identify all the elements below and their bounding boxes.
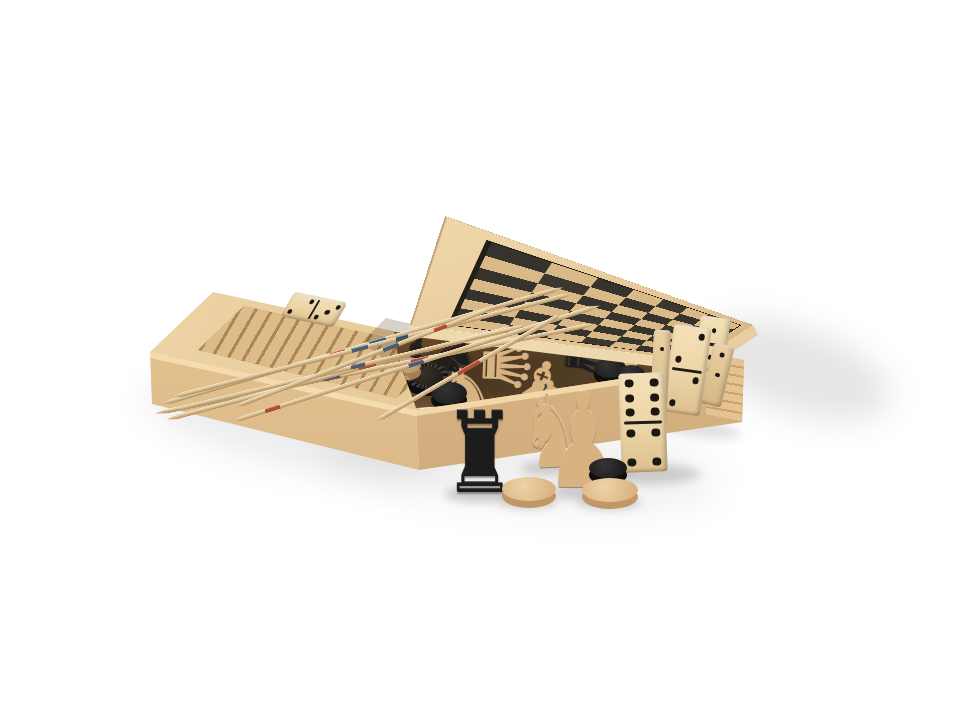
checker-piece-top [582,478,638,502]
product-photo-wooden-game-box: ♟♟♞♛♞♝♛♟♟♝ ♜♞♟ [0,0,960,720]
checker-piece-top [502,477,556,501]
front-pieces: ♜♞♟ [0,0,960,720]
checker-piece-top [589,458,627,478]
